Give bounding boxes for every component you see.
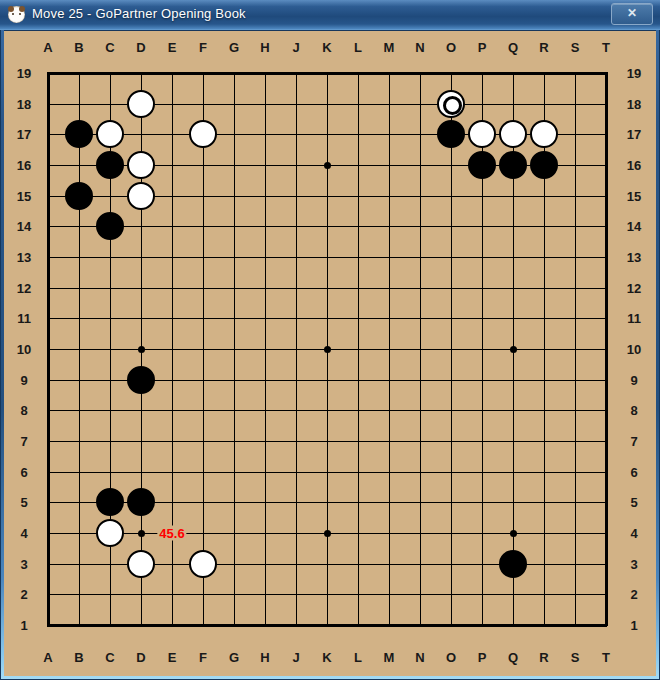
coordinate-label: 15 <box>627 188 641 203</box>
coordinate-label: K <box>322 650 331 665</box>
coordinate-label: M <box>384 650 395 665</box>
coordinate-label: 9 <box>20 372 27 387</box>
coordinate-label: 6 <box>20 464 27 479</box>
coordinate-label: L <box>354 40 362 55</box>
coordinate-label: F <box>199 650 207 665</box>
star-point <box>138 346 145 353</box>
coordinate-label: R <box>539 650 548 665</box>
star-point <box>510 530 517 537</box>
coordinate-label: J <box>292 650 299 665</box>
coordinate-label: 1 <box>20 618 27 633</box>
coordinate-label: 11 <box>17 311 31 326</box>
coordinate-label: F <box>199 40 207 55</box>
stone-black-B15 <box>65 182 93 210</box>
coordinate-label: S <box>571 40 580 55</box>
grid-line <box>47 410 607 411</box>
app-icon <box>8 6 25 23</box>
stone-black-B17 <box>65 120 93 148</box>
grid-line <box>575 72 576 626</box>
grid-line <box>47 441 607 442</box>
coordinate-label: 6 <box>630 464 637 479</box>
stone-white-D16 <box>127 151 155 179</box>
coordinate-label: 13 <box>17 250 31 265</box>
coordinate-label: 1 <box>630 618 637 633</box>
grid-line <box>47 594 607 595</box>
coordinate-label: 2 <box>20 587 27 602</box>
coordinate-label: 4 <box>630 526 637 541</box>
coordinate-label: E <box>168 40 177 55</box>
coordinate-label: C <box>105 40 114 55</box>
stone-black-D9 <box>127 366 155 394</box>
stone-black-P16 <box>468 151 496 179</box>
coordinate-label: 11 <box>627 311 641 326</box>
coordinate-label: 15 <box>17 188 31 203</box>
star-point <box>138 530 145 537</box>
coordinate-label: P <box>478 40 487 55</box>
coordinate-label: 7 <box>20 434 27 449</box>
grid-line <box>605 72 608 626</box>
grid-line <box>47 624 607 627</box>
coordinate-label: A <box>43 40 52 55</box>
stone-black-Q3 <box>499 550 527 578</box>
title-bar[interactable]: Move 25 - GoPartner Opening Book ✕ <box>0 0 660 30</box>
coordinate-label: 4 <box>20 526 27 541</box>
grid-line <box>47 472 607 473</box>
coordinate-label: 19 <box>17 66 31 81</box>
coordinate-label: 3 <box>630 556 637 571</box>
coordinate-label: 8 <box>20 403 27 418</box>
coordinate-label: 8 <box>630 403 637 418</box>
coordinate-label: D <box>136 40 145 55</box>
stone-black-C14 <box>96 212 124 240</box>
stone-white-P17 <box>468 120 496 148</box>
coordinate-label: T <box>602 650 610 665</box>
coordinate-label: 5 <box>20 495 27 510</box>
coordinate-label: 17 <box>17 127 31 142</box>
stone-white-F17 <box>189 120 217 148</box>
stone-white-O18 <box>437 90 465 118</box>
stone-black-O17 <box>437 120 465 148</box>
grid-line <box>358 72 359 626</box>
coordinate-label: 12 <box>627 280 641 295</box>
stone-white-D15 <box>127 182 155 210</box>
coordinate-label: B <box>74 650 83 665</box>
coordinate-label: C <box>105 650 114 665</box>
last-move-marker <box>443 96 462 115</box>
go-board[interactable]: AABBCCDDEEFFGGHHJJKKLLMMNNOOPPQQRRSSTT19… <box>4 30 656 676</box>
coordinate-label: 14 <box>17 219 31 234</box>
coordinate-label: T <box>602 40 610 55</box>
coordinate-label: S <box>571 650 580 665</box>
coordinate-label: O <box>446 40 456 55</box>
coordinate-label: L <box>354 650 362 665</box>
star-point <box>324 530 331 537</box>
grid-line <box>389 72 390 626</box>
coordinate-label: H <box>260 650 269 665</box>
coordinate-label: R <box>539 40 548 55</box>
coordinate-label: 19 <box>627 66 641 81</box>
coordinate-label: O <box>446 650 456 665</box>
coordinate-label: G <box>229 40 239 55</box>
star-point <box>324 162 331 169</box>
stone-white-C17 <box>96 120 124 148</box>
coordinate-label: G <box>229 650 239 665</box>
grid-line <box>420 72 421 626</box>
coordinate-label: 3 <box>20 556 27 571</box>
coordinate-label: 5 <box>630 495 637 510</box>
coordinate-label: 16 <box>627 158 641 173</box>
coordinate-label: 10 <box>17 342 31 357</box>
stone-white-D3 <box>127 550 155 578</box>
app-window: Move 25 - GoPartner Opening Book ✕ AABBC… <box>0 0 660 680</box>
window-title: Move 25 - GoPartner Opening Book <box>32 6 246 21</box>
stone-white-R17 <box>530 120 558 148</box>
stone-white-D18 <box>127 90 155 118</box>
coordinate-label: N <box>415 650 424 665</box>
grid-line <box>451 72 452 626</box>
coordinate-label: P <box>478 650 487 665</box>
coordinate-label: 12 <box>17 280 31 295</box>
coordinate-label: 17 <box>627 127 641 142</box>
coordinate-label: 18 <box>17 96 31 111</box>
coordinate-label: A <box>43 650 52 665</box>
coordinate-label: 13 <box>627 250 641 265</box>
stone-black-Q16 <box>499 151 527 179</box>
coordinate-label: J <box>292 40 299 55</box>
stone-white-Q17 <box>499 120 527 148</box>
stone-black-D5 <box>127 488 155 516</box>
stone-black-C16 <box>96 151 124 179</box>
evaluation-label: 45.6 <box>157 526 186 541</box>
coordinate-label: M <box>384 40 395 55</box>
coordinate-label: 14 <box>627 219 641 234</box>
stone-white-C4 <box>96 519 124 547</box>
close-icon[interactable]: ✕ <box>611 3 653 25</box>
star-point <box>324 346 331 353</box>
stone-white-F3 <box>189 550 217 578</box>
coordinate-label: 18 <box>627 96 641 111</box>
coordinate-label: D <box>136 650 145 665</box>
coordinate-label: Q <box>508 650 518 665</box>
coordinate-label: 16 <box>17 158 31 173</box>
stone-black-C5 <box>96 488 124 516</box>
coordinate-label: E <box>168 650 177 665</box>
stone-black-R16 <box>530 151 558 179</box>
coordinate-label: N <box>415 40 424 55</box>
coordinate-label: H <box>260 40 269 55</box>
coordinate-label: K <box>322 40 331 55</box>
coordinate-label: B <box>74 40 83 55</box>
coordinate-label: Q <box>508 40 518 55</box>
coordinate-label: 2 <box>630 587 637 602</box>
coordinate-label: 9 <box>630 372 637 387</box>
coordinate-label: 10 <box>627 342 641 357</box>
coordinate-label: 7 <box>630 434 637 449</box>
star-point <box>510 346 517 353</box>
